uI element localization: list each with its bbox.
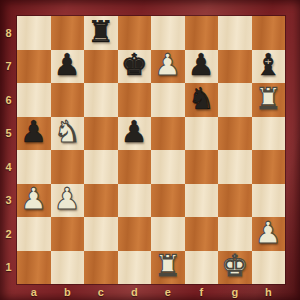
square-d3: [118, 184, 152, 218]
square-f1: [185, 251, 219, 285]
piece-black-pawn: ♟: [188, 50, 215, 80]
square-e3: [151, 184, 185, 218]
square-g6: [218, 83, 252, 117]
piece-white-pawn: ♟: [54, 184, 81, 214]
piece-black-knight: ♞: [188, 84, 215, 114]
file-labels: abcdefgh: [17, 283, 285, 300]
file-label-g: g: [218, 283, 252, 300]
square-h6: ♜: [252, 83, 286, 117]
square-g1: ♚: [218, 251, 252, 285]
square-d7: ♚: [118, 50, 152, 84]
square-e6: [151, 83, 185, 117]
piece-white-knight: ♞: [54, 117, 81, 147]
rank-label-3: 3: [0, 184, 17, 218]
square-c7: [84, 50, 118, 84]
square-a4: [17, 150, 51, 184]
rank-label-2: 2: [0, 217, 17, 251]
square-g4: [218, 150, 252, 184]
square-b5: ♞: [51, 117, 85, 151]
rank-label-1: 1: [0, 251, 17, 285]
piece-black-rook: ♜: [87, 17, 114, 47]
piece-white-pawn: ♟: [154, 50, 181, 80]
file-label-a: a: [17, 283, 51, 300]
square-a2: [17, 217, 51, 251]
square-h2: ♟: [252, 217, 286, 251]
square-c3: [84, 184, 118, 218]
square-f7: ♟: [185, 50, 219, 84]
file-label-c: c: [84, 283, 118, 300]
square-d5: ♟: [118, 117, 152, 151]
square-h8: [252, 16, 286, 50]
piece-white-pawn: ♟: [255, 218, 282, 248]
square-a6: [17, 83, 51, 117]
square-g3: [218, 184, 252, 218]
chess-board: ♜♟♚♟♟♝♞♜♟♞♟♟♟♟♜♚: [17, 16, 285, 284]
rank-label-5: 5: [0, 117, 17, 151]
chess-board-frame: 87654321 abcdefgh ♜♟♚♟♟♝♞♜♟♞♟♟♟♟♜♚: [0, 0, 300, 300]
rank-label-6: 6: [0, 83, 17, 117]
square-c2: [84, 217, 118, 251]
square-c4: [84, 150, 118, 184]
square-h3: [252, 184, 286, 218]
square-e7: ♟: [151, 50, 185, 84]
square-f8: [185, 16, 219, 50]
square-h7: ♝: [252, 50, 286, 84]
square-g7: [218, 50, 252, 84]
rank-label-7: 7: [0, 50, 17, 84]
square-h4: [252, 150, 286, 184]
square-c5: [84, 117, 118, 151]
piece-black-pawn: ♟: [121, 117, 148, 147]
piece-white-king: ♚: [221, 251, 248, 281]
file-label-f: f: [185, 283, 219, 300]
square-e8: [151, 16, 185, 50]
rank-label-4: 4: [0, 150, 17, 184]
square-d6: [118, 83, 152, 117]
square-b8: [51, 16, 85, 50]
file-label-b: b: [51, 283, 85, 300]
square-e2: [151, 217, 185, 251]
square-b2: [51, 217, 85, 251]
file-label-d: d: [118, 283, 152, 300]
square-e5: [151, 117, 185, 151]
piece-black-king: ♚: [121, 50, 148, 80]
square-h1: [252, 251, 286, 285]
square-e4: [151, 150, 185, 184]
square-d4: [118, 150, 152, 184]
square-g5: [218, 117, 252, 151]
square-b4: [51, 150, 85, 184]
square-f2: [185, 217, 219, 251]
square-f6: ♞: [185, 83, 219, 117]
square-g2: [218, 217, 252, 251]
square-a5: ♟: [17, 117, 51, 151]
square-b7: ♟: [51, 50, 85, 84]
file-label-e: e: [151, 283, 185, 300]
file-label-h: h: [252, 283, 286, 300]
piece-black-pawn: ♟: [54, 50, 81, 80]
square-d8: [118, 16, 152, 50]
square-h5: [252, 117, 286, 151]
square-f3: [185, 184, 219, 218]
piece-black-pawn: ♟: [20, 117, 47, 147]
square-b3: ♟: [51, 184, 85, 218]
square-b1: [51, 251, 85, 285]
rank-label-8: 8: [0, 16, 17, 50]
piece-white-rook: ♜: [255, 84, 282, 114]
square-f4: [185, 150, 219, 184]
piece-white-pawn: ♟: [20, 184, 47, 214]
square-c6: [84, 83, 118, 117]
square-d1: [118, 251, 152, 285]
square-a3: ♟: [17, 184, 51, 218]
square-a7: [17, 50, 51, 84]
rank-labels: 87654321: [0, 16, 17, 284]
square-f5: [185, 117, 219, 151]
square-c8: ♜: [84, 16, 118, 50]
piece-black-bishop: ♝: [255, 50, 282, 80]
square-e1: ♜: [151, 251, 185, 285]
square-c1: [84, 251, 118, 285]
piece-white-rook: ♜: [154, 251, 181, 281]
square-b6: [51, 83, 85, 117]
square-a8: [17, 16, 51, 50]
square-d2: [118, 217, 152, 251]
square-a1: [17, 251, 51, 285]
square-g8: [218, 16, 252, 50]
